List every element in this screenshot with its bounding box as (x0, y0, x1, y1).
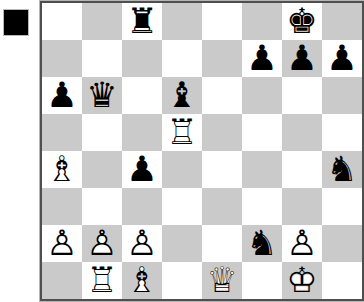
square-b5[interactable] (82, 114, 122, 151)
square-a3[interactable] (42, 188, 82, 225)
square-d8[interactable] (162, 3, 202, 40)
square-e1[interactable]: ♛♕ (202, 262, 242, 299)
square-c1[interactable]: ♝♗ (122, 262, 162, 299)
white-rook[interactable]: ♜♖ (82, 262, 122, 299)
piece-glyph: ♙ (286, 225, 317, 262)
square-g6[interactable] (282, 77, 322, 114)
square-a4[interactable]: ♝♗ (42, 151, 82, 188)
square-g5[interactable] (282, 114, 322, 151)
square-b1[interactable]: ♜♖ (82, 262, 122, 299)
piece-glyph: ♚ (286, 3, 317, 40)
square-d2[interactable] (162, 225, 202, 262)
square-h8[interactable] (322, 3, 362, 40)
piece-glyph: ♖ (166, 114, 197, 151)
white-pawn[interactable]: ♟♙ (282, 225, 322, 262)
white-bishop[interactable]: ♝♗ (42, 151, 82, 188)
square-b3[interactable] (82, 188, 122, 225)
square-e3[interactable] (202, 188, 242, 225)
piece-glyph: ♙ (126, 225, 157, 262)
piece-glyph: ♔ (286, 262, 317, 299)
square-g3[interactable] (282, 188, 322, 225)
square-b6[interactable]: ♛ (82, 77, 122, 114)
black-pawn[interactable]: ♟ (322, 40, 362, 77)
square-e7[interactable] (202, 40, 242, 77)
square-h4[interactable]: ♞ (322, 151, 362, 188)
piece-glyph: ♞ (246, 225, 277, 262)
square-d3[interactable] (162, 188, 202, 225)
white-pawn[interactable]: ♟♙ (42, 225, 82, 262)
square-c3[interactable] (122, 188, 162, 225)
square-b2[interactable]: ♟♙ (82, 225, 122, 262)
square-f5[interactable] (242, 114, 282, 151)
square-c8[interactable]: ♜ (122, 3, 162, 40)
square-b8[interactable] (82, 3, 122, 40)
piece-glyph: ♟ (246, 40, 277, 77)
square-a8[interactable] (42, 3, 82, 40)
piece-glyph: ♗ (126, 262, 157, 299)
square-h2[interactable] (322, 225, 362, 262)
black-pawn[interactable]: ♟ (282, 40, 322, 77)
square-a5[interactable] (42, 114, 82, 151)
black-pawn[interactable]: ♟ (42, 77, 82, 114)
white-rook[interactable]: ♜♖ (162, 114, 202, 151)
piece-glyph: ♛ (86, 77, 117, 114)
square-b7[interactable] (82, 40, 122, 77)
square-f8[interactable] (242, 3, 282, 40)
black-knight[interactable]: ♞ (242, 225, 282, 262)
square-g1[interactable]: ♚♔ (282, 262, 322, 299)
square-g4[interactable] (282, 151, 322, 188)
square-e8[interactable] (202, 3, 242, 40)
square-a2[interactable]: ♟♙ (42, 225, 82, 262)
square-d6[interactable]: ♝ (162, 77, 202, 114)
piece-glyph: ♖ (86, 262, 117, 299)
square-f4[interactable] (242, 151, 282, 188)
square-d1[interactable] (162, 262, 202, 299)
piece-glyph: ♟ (46, 77, 77, 114)
white-queen[interactable]: ♛♕ (202, 262, 242, 299)
square-c2[interactable]: ♟♙ (122, 225, 162, 262)
white-king[interactable]: ♚♔ (282, 262, 322, 299)
side-to-move-indicator (3, 9, 29, 36)
white-pawn[interactable]: ♟♙ (82, 225, 122, 262)
black-rook[interactable]: ♜ (122, 3, 162, 40)
square-e5[interactable] (202, 114, 242, 151)
square-a6[interactable]: ♟ (42, 77, 82, 114)
square-g7[interactable]: ♟ (282, 40, 322, 77)
black-king[interactable]: ♚ (282, 3, 322, 40)
square-h6[interactable] (322, 77, 362, 114)
black-knight[interactable]: ♞ (322, 151, 362, 188)
square-f7[interactable]: ♟ (242, 40, 282, 77)
square-f6[interactable] (242, 77, 282, 114)
square-c6[interactable] (122, 77, 162, 114)
square-c7[interactable] (122, 40, 162, 77)
square-d7[interactable] (162, 40, 202, 77)
square-c4[interactable]: ♟ (122, 151, 162, 188)
square-g2[interactable]: ♟♙ (282, 225, 322, 262)
square-a1[interactable] (42, 262, 82, 299)
square-f1[interactable] (242, 262, 282, 299)
square-e4[interactable] (202, 151, 242, 188)
square-d4[interactable] (162, 151, 202, 188)
chess-diagram: ♜♚♟♟♟♟♛♝♜♖♝♗♟♞♟♙♟♙♟♙♞♟♙♜♖♝♗♛♕♚♔ (0, 0, 364, 302)
square-b4[interactable] (82, 151, 122, 188)
square-d5[interactable]: ♜♖ (162, 114, 202, 151)
piece-glyph: ♙ (86, 225, 117, 262)
square-e6[interactable] (202, 77, 242, 114)
square-f3[interactable] (242, 188, 282, 225)
black-pawn[interactable]: ♟ (122, 151, 162, 188)
black-pawn[interactable]: ♟ (242, 40, 282, 77)
piece-glyph: ♙ (46, 225, 77, 262)
square-a7[interactable] (42, 40, 82, 77)
square-h7[interactable]: ♟ (322, 40, 362, 77)
square-g8[interactable]: ♚ (282, 3, 322, 40)
piece-glyph: ♜ (126, 3, 157, 40)
square-f2[interactable]: ♞ (242, 225, 282, 262)
piece-glyph: ♟ (326, 40, 357, 77)
piece-glyph: ♞ (326, 151, 357, 188)
piece-glyph: ♟ (126, 151, 157, 188)
black-bishop[interactable]: ♝ (162, 77, 202, 114)
square-e2[interactable] (202, 225, 242, 262)
black-queen[interactable]: ♛ (82, 77, 122, 114)
white-bishop[interactable]: ♝♗ (122, 262, 162, 299)
square-h3[interactable] (322, 188, 362, 225)
square-h1[interactable] (322, 262, 362, 299)
chess-board: ♜♚♟♟♟♟♛♝♜♖♝♗♟♞♟♙♟♙♟♙♞♟♙♜♖♝♗♛♕♚♔ (40, 1, 364, 301)
white-pawn[interactable]: ♟♙ (122, 225, 162, 262)
piece-glyph: ♕ (206, 262, 237, 299)
square-c5[interactable] (122, 114, 162, 151)
piece-glyph: ♗ (46, 151, 77, 188)
square-h5[interactable] (322, 114, 362, 151)
piece-glyph: ♝ (166, 77, 197, 114)
piece-glyph: ♟ (286, 40, 317, 77)
